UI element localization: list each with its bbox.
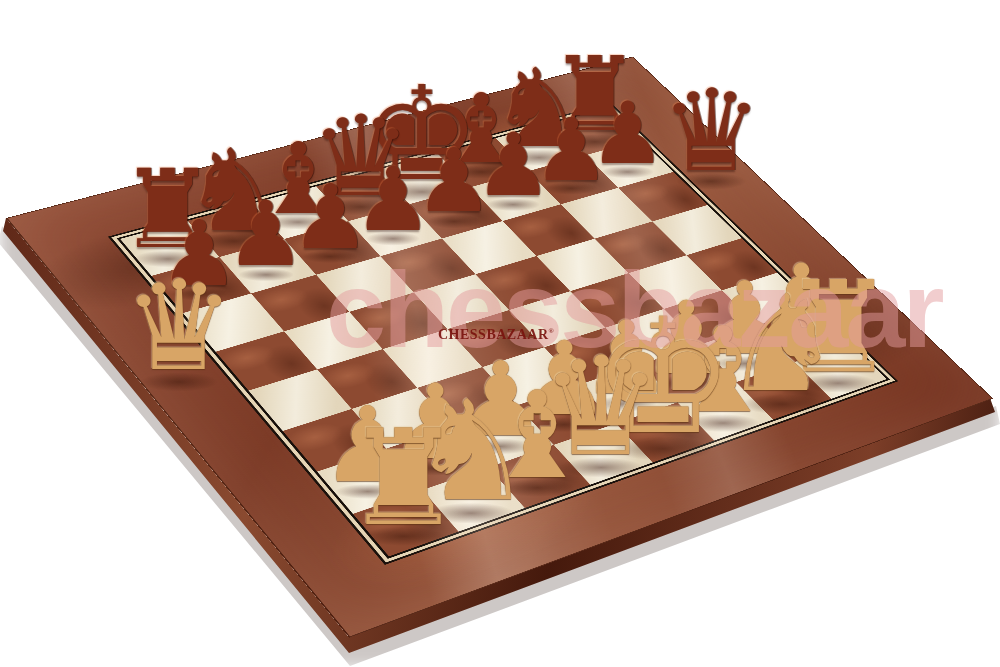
piece-white-rook-a1[interactable]: ♜ (344, 411, 463, 543)
piece-white-queen-extra-white[interactable]: ♛ (123, 264, 235, 389)
pieces-layer: ♜♞♝♛♚♝♞♜♟♟♟♟♟♟♟♟♟♟♟♟♟♟♟♟♜♞♝♛♚♝♞♜♛♛ (0, 0, 1000, 667)
product-photo-canvas: ♜♞♝♛♚♝♞♜♟♟♟♟♟♟♟♟♟♟♟♟♟♟♟♟♜♞♝♛♚♝♞♜♛♛ chess… (0, 0, 1000, 667)
piece-red-queen-extra-red[interactable]: ♛ (661, 75, 762, 188)
